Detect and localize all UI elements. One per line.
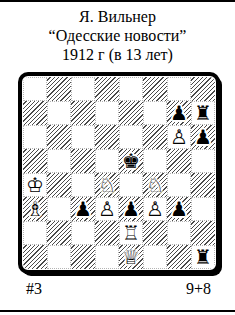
square-e4[interactable] (119, 173, 143, 197)
square-h8[interactable] (191, 77, 215, 101)
square-b7[interactable] (47, 101, 71, 125)
square-e8[interactable] (119, 77, 143, 101)
square-a3[interactable]: ♗ (23, 197, 47, 221)
piece-white-rook: ♖ (122, 221, 140, 245)
square-c1[interactable] (71, 245, 95, 269)
square-g5[interactable] (167, 149, 191, 173)
square-h3[interactable] (191, 197, 215, 221)
square-h4[interactable] (191, 173, 215, 197)
puzzle-card: Я. Вильнер “Одесские новости” 1912 г (в … (0, 0, 235, 315)
square-h5[interactable] (191, 149, 215, 173)
square-f7[interactable] (143, 101, 167, 125)
stipulation-label: #3 (26, 280, 42, 298)
author-line: Я. Вильнер (0, 7, 235, 26)
square-e2[interactable]: ♖ (119, 221, 143, 245)
square-d6[interactable] (95, 125, 119, 149)
source-line: “Одесские новости” (0, 26, 235, 45)
square-g2[interactable] (167, 221, 191, 245)
square-c3[interactable]: ♟ (71, 197, 95, 221)
piece-white-pawn: ♙ (98, 197, 116, 221)
square-h2[interactable] (191, 221, 215, 245)
piece-black-rook: ♜ (194, 245, 212, 269)
square-f6[interactable] (143, 125, 167, 149)
square-f8[interactable] (143, 77, 167, 101)
piece-white-king: ♔ (26, 173, 44, 197)
square-a1[interactable] (23, 245, 47, 269)
board: ♟♜♙♟♚♔♘♘♗♟♙♟♙♟♖♕♜ (23, 77, 215, 269)
square-a4[interactable]: ♔ (23, 173, 47, 197)
piece-white-pawn: ♙ (170, 125, 188, 149)
square-d4[interactable]: ♘ (95, 173, 119, 197)
square-c7[interactable] (71, 101, 95, 125)
square-g1[interactable] (167, 245, 191, 269)
diagram-header: Я. Вильнер “Одесские новости” 1912 г (в … (0, 2, 235, 64)
square-a2[interactable] (23, 221, 47, 245)
square-c6[interactable] (71, 125, 95, 149)
piece-white-queen: ♕ (122, 245, 140, 269)
square-a5[interactable] (23, 149, 47, 173)
piece-white-pawn: ♙ (146, 197, 164, 221)
square-f3[interactable]: ♙ (143, 197, 167, 221)
square-h7[interactable]: ♜ (191, 101, 215, 125)
square-d5[interactable] (95, 149, 119, 173)
piece-white-bishop: ♗ (26, 197, 44, 221)
square-f2[interactable] (143, 221, 167, 245)
square-a8[interactable] (23, 77, 47, 101)
piece-black-rook: ♜ (194, 101, 212, 125)
piece-black-pawn: ♟ (170, 197, 188, 221)
square-e1[interactable]: ♕ (119, 245, 143, 269)
square-c8[interactable] (71, 77, 95, 101)
square-f4[interactable]: ♘ (143, 173, 167, 197)
square-b6[interactable] (47, 125, 71, 149)
square-g7[interactable]: ♟ (167, 101, 191, 125)
square-b5[interactable] (47, 149, 71, 173)
square-d7[interactable] (95, 101, 119, 125)
square-e3[interactable]: ♟ (119, 197, 143, 221)
square-d2[interactable] (95, 221, 119, 245)
square-h6[interactable]: ♟ (191, 125, 215, 149)
square-b4[interactable] (47, 173, 71, 197)
piece-black-pawn: ♟ (122, 197, 140, 221)
square-g4[interactable] (167, 173, 191, 197)
square-f1[interactable] (143, 245, 167, 269)
piece-white-knight: ♘ (98, 173, 116, 197)
square-c5[interactable] (71, 149, 95, 173)
material-count-label: 9+8 (186, 280, 211, 298)
square-d1[interactable] (95, 245, 119, 269)
square-d8[interactable] (95, 77, 119, 101)
diagram-footer: #3 9+8 (0, 280, 235, 298)
square-b1[interactable] (47, 245, 71, 269)
square-g3[interactable]: ♟ (167, 197, 191, 221)
piece-black-king: ♚ (122, 149, 140, 173)
square-e5[interactable]: ♚ (119, 149, 143, 173)
square-a6[interactable] (23, 125, 47, 149)
square-a7[interactable] (23, 101, 47, 125)
square-b3[interactable] (47, 197, 71, 221)
square-d3[interactable]: ♙ (95, 197, 119, 221)
bottom-rule (0, 310, 235, 312)
square-b8[interactable] (47, 77, 71, 101)
square-e7[interactable] (119, 101, 143, 125)
year-line: 1912 г (в 13 лет) (0, 45, 235, 64)
square-c4[interactable] (71, 173, 95, 197)
piece-black-pawn: ♟ (194, 125, 212, 149)
piece-black-pawn: ♟ (74, 197, 92, 221)
square-g6[interactable]: ♙ (167, 125, 191, 149)
piece-black-pawn: ♟ (170, 101, 188, 125)
square-b2[interactable] (47, 221, 71, 245)
square-g8[interactable] (167, 77, 191, 101)
square-c2[interactable] (71, 221, 95, 245)
piece-white-knight: ♘ (146, 173, 164, 197)
square-e6[interactable] (119, 125, 143, 149)
board-frame: ♟♜♙♟♚♔♘♘♗♟♙♟♙♟♖♕♜ (19, 73, 219, 273)
square-h1[interactable]: ♜ (191, 245, 215, 269)
square-f5[interactable] (143, 149, 167, 173)
